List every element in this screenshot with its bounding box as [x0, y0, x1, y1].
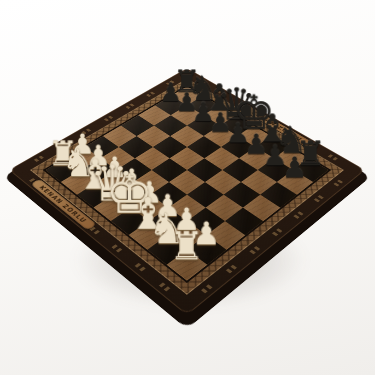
piece-white-rook[interactable]: ♜ [144, 226, 229, 265]
square-h6[interactable] [260, 182, 297, 208]
square-h7[interactable]: ♟ [277, 170, 313, 195]
product-photo-scene: KENAN ZORLU ♜♞♝♛♚♝♞♜♟♟♟♟♟♟♟♟♟♟♟♟♟♟♟♟♜♞♝♛… [0, 0, 375, 375]
square-h1[interactable]: ♜ [167, 250, 207, 281]
square-e5[interactable] [187, 158, 222, 182]
piece-black-pawn[interactable]: ♟ [257, 154, 333, 182]
